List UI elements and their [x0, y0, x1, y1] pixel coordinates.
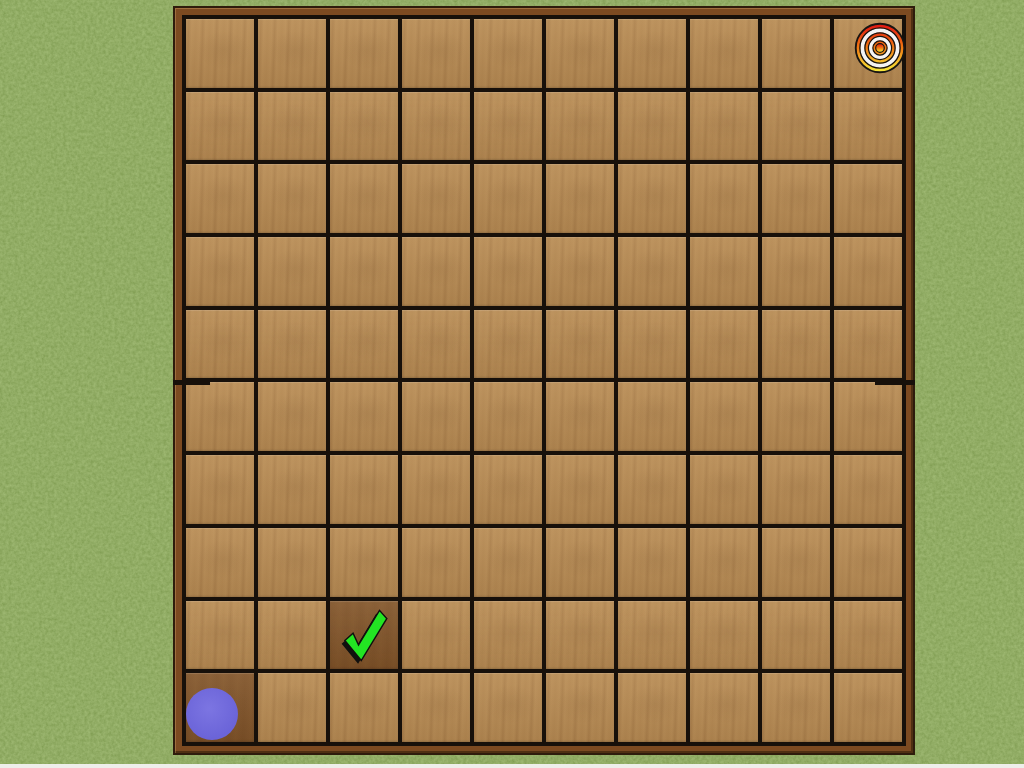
- board-cell[interactable]: [330, 92, 398, 161]
- board-cell[interactable]: [402, 19, 470, 88]
- board-cell[interactable]: [834, 673, 902, 742]
- board-cell[interactable]: [546, 237, 614, 306]
- board-cell[interactable]: [402, 310, 470, 379]
- board-cell[interactable]: [618, 19, 686, 88]
- board-cell[interactable]: [186, 19, 254, 88]
- board-cell[interactable]: [258, 601, 326, 670]
- board-cell[interactable]: [186, 455, 254, 524]
- check-mark-icon: [333, 604, 395, 666]
- board-cell[interactable]: [618, 310, 686, 379]
- board-cell[interactable]: [762, 310, 830, 379]
- board-cell[interactable]: [546, 164, 614, 233]
- board-cell[interactable]: [690, 310, 758, 379]
- board-cell[interactable]: [258, 92, 326, 161]
- board-cell[interactable]: [762, 528, 830, 597]
- board-cell[interactable]: [330, 528, 398, 597]
- board-cell[interactable]: [546, 310, 614, 379]
- board-cell[interactable]: [402, 455, 470, 524]
- board-cell[interactable]: [546, 673, 614, 742]
- board-cell[interactable]: [402, 601, 470, 670]
- board-cell[interactable]: [834, 92, 902, 161]
- board-cell[interactable]: [546, 601, 614, 670]
- board-grid: [182, 15, 906, 746]
- board-cell[interactable]: [258, 164, 326, 233]
- board-cell[interactable]: [258, 310, 326, 379]
- board-cell[interactable]: [546, 92, 614, 161]
- board-cell[interactable]: [474, 19, 542, 88]
- board-cell[interactable]: [762, 455, 830, 524]
- board-cell[interactable]: [618, 164, 686, 233]
- board-cell[interactable]: [330, 237, 398, 306]
- board-cell[interactable]: [834, 382, 902, 451]
- board-cell[interactable]: [402, 92, 470, 161]
- board-cell[interactable]: [330, 382, 398, 451]
- board-cell[interactable]: [690, 19, 758, 88]
- board-cell[interactable]: [762, 601, 830, 670]
- board-cell[interactable]: [618, 673, 686, 742]
- board-cell[interactable]: [474, 382, 542, 451]
- board-cell[interactable]: [618, 237, 686, 306]
- board-cell[interactable]: [834, 528, 902, 597]
- board-cell[interactable]: [330, 19, 398, 88]
- board-cell[interactable]: [330, 673, 398, 742]
- board-cell[interactable]: [546, 19, 614, 88]
- board-cell[interactable]: [258, 382, 326, 451]
- board-cell[interactable]: [546, 528, 614, 597]
- board-cell[interactable]: [330, 455, 398, 524]
- board-cell[interactable]: [690, 92, 758, 161]
- board-cell[interactable]: [474, 164, 542, 233]
- bottom-strip: [0, 764, 1024, 768]
- board-cell[interactable]: [402, 382, 470, 451]
- board-cell[interactable]: [258, 528, 326, 597]
- board-cell[interactable]: [834, 237, 902, 306]
- player-disc[interactable]: [186, 688, 238, 740]
- board-cell[interactable]: [330, 164, 398, 233]
- board-cell[interactable]: [690, 164, 758, 233]
- board-cell[interactable]: [618, 601, 686, 670]
- board-cell[interactable]: [186, 673, 254, 742]
- board-cell[interactable]: [186, 237, 254, 306]
- board-cell[interactable]: [834, 455, 902, 524]
- board-cell[interactable]: [618, 455, 686, 524]
- board-cell[interactable]: [186, 382, 254, 451]
- board-cell[interactable]: [834, 164, 902, 233]
- board-cell[interactable]: [330, 310, 398, 379]
- game-stage: [0, 0, 1024, 768]
- board-cell[interactable]: [690, 528, 758, 597]
- board-cell[interactable]: [402, 528, 470, 597]
- board-cell[interactable]: [618, 528, 686, 597]
- game-board: [173, 6, 915, 755]
- board-cell[interactable]: [474, 601, 542, 670]
- board-cell[interactable]: [834, 19, 902, 88]
- board-cell[interactable]: [762, 164, 830, 233]
- board-cell[interactable]: [546, 382, 614, 451]
- board-cell[interactable]: [762, 673, 830, 742]
- midline-tick-right: [875, 380, 915, 385]
- board-cell[interactable]: [690, 237, 758, 306]
- board-cell[interactable]: [762, 92, 830, 161]
- board-cell[interactable]: [258, 237, 326, 306]
- board-cell[interactable]: [186, 601, 254, 670]
- board-cell[interactable]: [834, 601, 902, 670]
- board-cell[interactable]: [618, 92, 686, 161]
- board-cell[interactable]: [474, 455, 542, 524]
- board-cell[interactable]: [258, 19, 326, 88]
- board-cell[interactable]: [690, 673, 758, 742]
- board-cell[interactable]: [402, 673, 470, 742]
- board-cell[interactable]: [258, 673, 326, 742]
- board-cell[interactable]: [690, 601, 758, 670]
- board-cell[interactable]: [618, 382, 686, 451]
- board-cell[interactable]: [474, 673, 542, 742]
- board-cell[interactable]: [762, 237, 830, 306]
- board-cell[interactable]: [474, 237, 542, 306]
- board-cell[interactable]: [402, 164, 470, 233]
- board-cell[interactable]: [690, 455, 758, 524]
- board-cell[interactable]: [186, 528, 254, 597]
- board-cell[interactable]: [762, 382, 830, 451]
- board-cell[interactable]: [762, 19, 830, 88]
- board-cell[interactable]: [834, 310, 902, 379]
- goal-target-icon: [852, 20, 908, 76]
- board-cell[interactable]: [402, 237, 470, 306]
- board-cell[interactable]: [258, 455, 326, 524]
- board-cell[interactable]: [474, 528, 542, 597]
- midline-tick-left: [173, 380, 210, 385]
- board-cell[interactable]: [546, 455, 614, 524]
- board-cell[interactable]: [690, 382, 758, 451]
- board-cell[interactable]: [186, 310, 254, 379]
- board-cell[interactable]: [186, 92, 254, 161]
- board-cell[interactable]: [186, 164, 254, 233]
- board-cell[interactable]: [474, 310, 542, 379]
- board-cell[interactable]: [330, 601, 398, 670]
- board-cell[interactable]: [474, 92, 542, 161]
